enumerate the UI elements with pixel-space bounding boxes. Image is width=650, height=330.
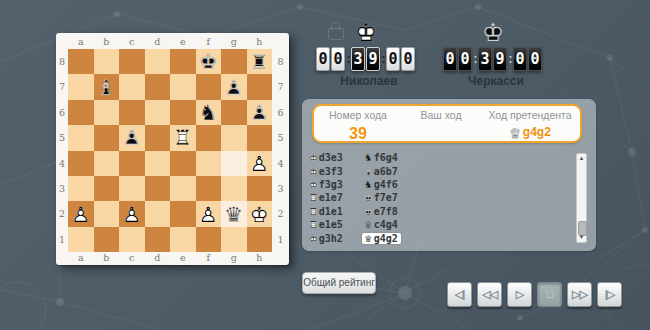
move-text: e3f3 [319,166,343,177]
board-square[interactable] [94,201,120,226]
clock-digit: 0 [331,47,345,71]
board-square[interactable] [145,176,171,201]
black-king-piece: ♚♔ [482,20,504,45]
board-square[interactable] [119,227,145,252]
board-square[interactable] [221,125,247,150]
black-pawn-piece: ♟♙ [224,77,243,98]
board-square[interactable] [145,49,171,74]
white-pawn-piece: ♟♙ [71,204,90,225]
board-square[interactable] [196,227,222,252]
board-square[interactable]: ♞♘ [196,100,222,125]
board-square[interactable]: ♟♙ [119,125,145,150]
white-pawn-piece: ♟♙ [250,153,269,174]
file-label: c [119,252,145,265]
board-square[interactable] [170,100,196,125]
board-square[interactable]: ♟♙ [68,201,94,226]
black-move[interactable]: ♛♕c4g4 [362,219,401,230]
white-move[interactable]: ♚♔e3f3 [310,166,362,177]
black-rook-piece: ♜♖ [250,51,269,72]
move-text: e1e7 [319,192,343,203]
board-square[interactable] [196,151,222,176]
move-row: ♚♔e3f3♝♗a6b7 [310,164,570,177]
rank-label: 6 [56,100,68,125]
move-row: ♜♖e1e7♚♔f7e7 [310,191,570,204]
file-label: g [221,33,247,49]
nav-step-back-button[interactable]: ◁| [447,282,472,307]
move-row: ♚♔d3e3♞♘f6g4 [310,151,570,164]
board-square[interactable] [196,74,222,99]
move-text: c4g4 [374,219,398,230]
black-knight-piece: ♞♘ [365,179,372,190]
chess-board: abcdefgh abcdefgh 87654321 87654321 ♚♔♜♖… [56,33,289,265]
rank-label: 4 [56,151,68,176]
board-square[interactable] [196,176,222,201]
move-number-label: Номер хода [314,109,402,121]
move-text: e1e5 [319,219,343,230]
white-pawn-piece: ♟♙ [199,204,218,225]
move-text: g4f6 [374,179,398,190]
black-bishop-piece: ♝♗ [97,77,116,98]
your-move-value [402,124,480,143]
overall-rating-button[interactable]: Общий рейтинг [302,272,376,294]
rank-label: 5 [272,125,289,150]
rank-label: 7 [56,74,68,99]
board-square[interactable] [119,49,145,74]
file-label: e [170,33,196,49]
file-label: b [94,252,120,265]
move-text: d3e3 [319,152,343,163]
black-player-name: Черкасси [443,74,549,88]
moves-panel: Номер хода Ваш ход Ход претендента 39 ♛♕… [302,99,596,251]
rank-label: 8 [56,49,68,74]
board-square[interactable] [221,151,247,176]
board-square[interactable] [68,125,94,150]
board-ranks-left: 87654321 [56,49,68,252]
white-king-piece: ♚♔ [310,152,317,163]
board-square[interactable]: ♟♙ [119,201,145,226]
scroll-down-button[interactable]: ▼ [577,233,586,242]
white-player-name: Николаев [316,74,422,88]
white-move[interactable]: ♜♖e1e5 [310,219,362,230]
white-king-piece: ♚♔ [355,20,377,45]
rank-label: 8 [272,49,289,74]
board-square[interactable] [247,227,273,252]
white-move[interactable]: ♚♔d3e3 [310,152,362,163]
board-square[interactable] [68,227,94,252]
file-label: e [170,252,196,265]
challenger-move-text: g4g2 [523,125,551,139]
rank-label: 7 [272,74,289,99]
board-square[interactable] [221,49,247,74]
white-king-piece: ♚♔ [250,204,269,225]
black-move[interactable]: ♞♘g4f6 [362,179,401,190]
board-square[interactable] [68,49,94,74]
black-knight-piece: ♞♘ [199,102,218,123]
board-square[interactable] [170,176,196,201]
black-move[interactable]: ♞♘f6g4 [362,152,401,163]
white-move[interactable]: ♚♔g3h2 [310,233,362,244]
nav-fast-forward-button[interactable]: ▷▷ [567,282,592,307]
board-square[interactable] [94,176,120,201]
move-header-box: Номер хода Ваш ход Ход претендента 39 ♛♕… [312,104,582,143]
board-square[interactable] [221,176,247,201]
rank-label: 1 [272,227,289,252]
board-square[interactable] [145,74,171,99]
board-square[interactable]: ♝♗ [94,74,120,99]
board-square[interactable]: ♟♙ [196,201,222,226]
rank-label: 2 [272,201,289,226]
black-queen-piece: ♛♕ [509,127,521,140]
white-king-piece: ♚♔ [310,166,317,177]
rank-label: 1 [56,227,68,252]
scrollbar-track[interactable]: ▲ ▼ [576,153,587,243]
clock-digit: 9 [493,47,507,71]
board-square[interactable] [119,176,145,201]
scroll-up-button[interactable]: ▲ [577,154,586,163]
white-pawn-piece: ♟♙ [122,204,141,225]
white-rook-piece: ♜♖ [310,192,317,203]
move-text: f3g3 [319,179,343,190]
rank-label: 3 [56,176,68,201]
white-rook-piece: ♜♖ [173,127,192,148]
black-clock: 00:39:00 [443,47,549,71]
file-label: h [247,33,273,49]
file-label: a [68,252,94,265]
file-label: f [196,33,222,49]
black-move[interactable]: ♚♔f7e7 [362,192,401,203]
board-square[interactable] [145,125,171,150]
rank-label: 2 [56,201,68,226]
board-square[interactable] [94,100,120,125]
your-move-label: Ваш ход [402,109,480,121]
move-row: ♜♖e1e5♛♕c4g4 [310,218,570,231]
rank-label: 3 [272,176,289,201]
board-square[interactable] [221,100,247,125]
board-square[interactable] [94,49,120,74]
white-king-icon: ♚♔ [316,20,416,46]
move-list: ♚♔d3e3♞♘f6g4♚♔e3f3♝♗a6b7♚♔f3g3♞♘g4f6♜♖e1… [310,151,570,245]
board-square[interactable] [119,100,145,125]
move-text: f6g4 [374,152,398,163]
black-move[interactable]: ♛♕g4g2 [362,233,401,244]
black-move[interactable]: ♝♗a6b7 [362,166,401,177]
board-square[interactable] [94,227,120,252]
nav-rewind-button[interactable]: ◁◁ [477,282,502,307]
board-square[interactable] [145,227,171,252]
file-label: d [145,33,171,49]
nav-play-button[interactable]: ▷ [507,282,532,307]
board-square[interactable] [68,100,94,125]
move-text: e7f8 [374,206,398,217]
rank-label: 4 [272,151,289,176]
file-label: d [145,252,171,265]
board-square[interactable] [145,151,171,176]
board-square[interactable] [170,74,196,99]
file-label: a [68,33,94,49]
board-square[interactable] [145,201,171,226]
board-square[interactable] [247,125,273,150]
board-square[interactable] [170,151,196,176]
black-pawn-piece: ♟♙ [250,102,269,123]
board-square[interactable] [196,125,222,150]
board-square[interactable] [94,151,120,176]
app: abcdefgh abcdefgh 87654321 87654321 ♚♔♜♖… [0,0,650,330]
black-queen-piece: ♛♕ [365,219,372,230]
move-text: a6b7 [374,166,398,177]
board-square[interactable]: ♟♙ [247,100,273,125]
black-king-piece: ♚♔ [199,51,218,72]
white-clock: 00:39:00 [316,47,422,71]
white-move[interactable]: ♜♖d1e1 [310,206,362,217]
white-rook-piece: ♜♖ [310,206,317,217]
white-rook-piece: ♜♖ [310,219,317,230]
board-square[interactable] [68,176,94,201]
board-files-top: abcdefgh [68,33,272,49]
clock-digit: 3 [478,47,492,71]
nav-buttons: ◁|◁◁▷□▷▷|▷ [447,282,622,307]
clock-digit: 0 [458,47,472,71]
rank-label: 6 [272,100,289,125]
move-text: f7e7 [374,192,398,203]
board-square[interactable] [119,151,145,176]
black-move[interactable]: ♚♔e7f8 [362,206,401,217]
black-bishop-piece: ♝♗ [365,166,372,177]
move-text: d1e1 [319,206,343,217]
move-text: g3h2 [319,233,343,244]
board-square[interactable] [170,201,196,226]
clock-digit: 0 [316,47,330,71]
board-square[interactable] [119,74,145,99]
nav-step-forward-button[interactable]: |▷ [597,282,622,307]
board-square[interactable]: ♚♔ [247,201,273,226]
file-label: c [119,33,145,49]
board-square[interactable] [247,176,273,201]
black-king-piece: ♚♔ [365,192,372,203]
clock-digit: 0 [386,47,400,71]
move-text: g4g2 [374,233,398,244]
file-label: g [221,252,247,265]
black-queen-piece: ♛♕ [365,233,372,244]
board-square[interactable]: ♟♙ [247,151,273,176]
board-square[interactable]: ♟♙ [221,74,247,99]
board-square[interactable] [145,100,171,125]
black-knight-piece: ♞♘ [365,152,372,163]
board-square[interactable] [68,74,94,99]
black-king-piece: ♚♔ [365,206,372,217]
nav-stop-button[interactable]: □ [537,282,562,307]
clock-digit: 3 [351,47,365,71]
board-square[interactable] [170,227,196,252]
board-square[interactable]: ♜♖ [170,125,196,150]
white-move[interactable]: ♚♔f3g3 [310,179,362,190]
white-king-piece: ♚♔ [310,179,317,190]
move-row: ♜♖d1e1♚♔e7f8 [310,205,570,218]
clock-digit: 0 [443,47,457,71]
board-square[interactable] [221,227,247,252]
board-square[interactable] [94,125,120,150]
clock-digit: 0 [513,47,527,71]
white-move[interactable]: ♜♖e1e7 [310,192,362,203]
black-queen-piece: ♛♕ [224,204,243,225]
move-row: ♚♔f3g3♞♘g4f6 [310,178,570,191]
file-label: b [94,33,120,49]
clock-digit: 0 [401,47,415,71]
board-square[interactable]: ♜♖ [247,49,273,74]
board-squares: ♚♔♜♖♝♗♟♙♞♘♟♙♟♙♜♖♟♙♟♙♟♙♟♙♛♕♚♔ [68,49,272,252]
board-square[interactable] [68,151,94,176]
board-square[interactable] [170,49,196,74]
board-square[interactable]: ♛♕ [221,201,247,226]
file-label: h [247,252,273,265]
clock-digit: 0 [528,47,542,71]
clock-digit: 9 [366,47,380,71]
board-square[interactable]: ♚♔ [196,49,222,74]
board-ranks-right: 87654321 [272,49,289,252]
challenger-move-value: ♛♕g4g2 [480,125,580,143]
file-label: f [196,252,222,265]
move-number-value: 39 [314,125,402,143]
black-king-icon: ♚♔ [443,20,543,46]
challenger-move-label: Ход претендента [480,109,580,121]
white-king-piece: ♚♔ [310,233,317,244]
board-files-bottom: abcdefgh [68,252,272,265]
board-square[interactable] [247,74,273,99]
black-pawn-piece: ♟♙ [122,127,141,148]
rank-label: 5 [56,125,68,150]
move-row: ♚♔g3h2♛♕g4g2 [310,231,570,244]
